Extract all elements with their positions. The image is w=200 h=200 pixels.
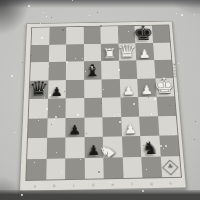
square-f7[interactable]: ♛ xyxy=(118,43,136,61)
square-d6[interactable]: ♝ xyxy=(84,61,102,79)
square-g4[interactable] xyxy=(138,97,157,117)
file-label-e: e xyxy=(111,183,114,187)
square-e5[interactable] xyxy=(102,79,121,98)
square-e4[interactable] xyxy=(102,97,121,117)
square-f6[interactable] xyxy=(119,60,137,78)
square-a2[interactable] xyxy=(27,138,47,159)
square-b6[interactable] xyxy=(48,62,66,80)
board-ornament-glyph: ♣ xyxy=(167,164,174,171)
square-f2[interactable] xyxy=(122,136,142,157)
film-speck xyxy=(195,121,196,122)
square-h3[interactable] xyxy=(158,115,178,135)
square-a5[interactable]: ♛ xyxy=(29,80,48,99)
square-e8[interactable] xyxy=(100,26,118,43)
film-speck xyxy=(14,132,15,133)
photo-blotch-bottom-left xyxy=(0,176,26,200)
chess-board-wrap: ♚♜♛♟♝♛♟♟♟♚♟♟♟♞♞♣ CHESS abcdefgh xyxy=(19,21,187,192)
square-c8[interactable] xyxy=(66,27,83,44)
film-speck xyxy=(97,12,98,13)
black-queen-a5[interactable]: ♛ xyxy=(28,79,48,99)
film-speck xyxy=(22,62,23,63)
square-h4[interactable] xyxy=(156,96,176,116)
square-d4[interactable] xyxy=(84,98,103,118)
file-label-g: g xyxy=(150,182,153,186)
white-pawn-g7[interactable]: ♟ xyxy=(138,48,151,60)
square-g3[interactable] xyxy=(139,116,159,136)
square-d7[interactable] xyxy=(83,43,101,61)
chess-board: ♚♜♛♟♝♛♟♟♟♚♟♟♟♞♞♣ CHESS abcdefgh xyxy=(19,21,187,192)
square-h2[interactable] xyxy=(159,135,179,156)
file-label-d: d xyxy=(92,183,95,187)
black-bishop-d6[interactable]: ♝ xyxy=(84,62,101,79)
square-h7[interactable] xyxy=(153,42,172,60)
white-pawn-f5[interactable]: ♟ xyxy=(122,85,135,98)
square-e3[interactable] xyxy=(102,117,121,137)
file-label-c: c xyxy=(73,184,75,188)
square-a7[interactable] xyxy=(31,44,49,62)
square-a4[interactable] xyxy=(29,99,48,119)
square-c1[interactable] xyxy=(65,158,84,180)
film-speck xyxy=(89,15,90,16)
square-g7[interactable]: ♟ xyxy=(135,43,153,61)
square-b5[interactable]: ♟ xyxy=(48,80,66,99)
black-pawn-b5[interactable]: ♟ xyxy=(50,86,63,99)
square-b3[interactable] xyxy=(47,118,66,138)
white-pawn-f3[interactable]: ♟ xyxy=(124,123,137,137)
square-h1[interactable]: ♣ xyxy=(160,156,181,178)
board-grid: ♚♜♛♟♝♛♟♟♟♚♟♟♟♞♞♣ xyxy=(25,25,182,181)
file-label-h: h xyxy=(169,182,172,186)
file-label-a: a xyxy=(34,185,37,189)
photo-blotch-top-right xyxy=(172,0,200,16)
file-label-f: f xyxy=(131,183,133,187)
black-pawn-c3[interactable]: ♟ xyxy=(68,124,81,138)
film-speck xyxy=(194,139,195,140)
square-d5[interactable] xyxy=(84,79,102,98)
square-d1[interactable] xyxy=(84,157,103,179)
square-e2[interactable]: ♞ xyxy=(103,136,122,157)
film-speck xyxy=(178,63,179,64)
square-e7[interactable]: ♜ xyxy=(101,43,119,61)
black-knight-g2[interactable]: ♞ xyxy=(142,139,160,157)
photo-vignette-bottom xyxy=(0,190,200,200)
square-g2[interactable]: ♞ xyxy=(140,136,160,157)
square-a3[interactable] xyxy=(28,118,47,138)
square-d3[interactable] xyxy=(84,117,103,137)
square-c4[interactable] xyxy=(66,98,84,118)
square-d8[interactable] xyxy=(83,26,100,43)
square-c2[interactable] xyxy=(65,137,84,158)
square-a8[interactable] xyxy=(31,27,49,44)
square-b7[interactable] xyxy=(48,44,66,62)
square-c5[interactable] xyxy=(66,79,84,98)
white-king-h5[interactable]: ♚ xyxy=(153,75,176,97)
square-g1[interactable] xyxy=(141,156,161,178)
square-a1[interactable] xyxy=(26,158,46,180)
film-speck xyxy=(43,12,44,13)
square-e1[interactable] xyxy=(103,157,123,179)
square-c7[interactable] xyxy=(66,44,84,62)
photo-blotch-top-left xyxy=(0,0,34,40)
square-f4[interactable] xyxy=(120,97,139,117)
film-speck xyxy=(11,75,13,77)
square-f1[interactable] xyxy=(122,156,142,178)
square-f5[interactable]: ♟ xyxy=(119,78,138,97)
square-c3[interactable]: ♟ xyxy=(65,117,84,137)
white-pawn-g5[interactable]: ♟ xyxy=(140,84,153,97)
square-b1[interactable] xyxy=(46,158,66,180)
square-f3[interactable]: ♟ xyxy=(121,116,140,136)
square-b8[interactable] xyxy=(49,27,66,44)
square-b2[interactable] xyxy=(46,137,65,158)
photo-stage: ♚♜♛♟♝♛♟♟♟♚♟♟♟♞♞♣ CHESS abcdefgh xyxy=(0,0,200,200)
square-h8[interactable] xyxy=(151,25,169,42)
white-queen-f7[interactable]: ♛ xyxy=(117,42,137,61)
square-b4[interactable] xyxy=(47,98,66,118)
film-speck xyxy=(51,17,52,18)
film-speck xyxy=(46,16,47,17)
square-g8[interactable]: ♚ xyxy=(134,26,152,43)
square-h5[interactable]: ♚ xyxy=(155,78,174,97)
square-e6[interactable] xyxy=(101,61,119,79)
white-rook-e7[interactable]: ♜ xyxy=(102,47,117,61)
file-label-b: b xyxy=(53,184,56,188)
square-c6[interactable] xyxy=(66,61,84,79)
